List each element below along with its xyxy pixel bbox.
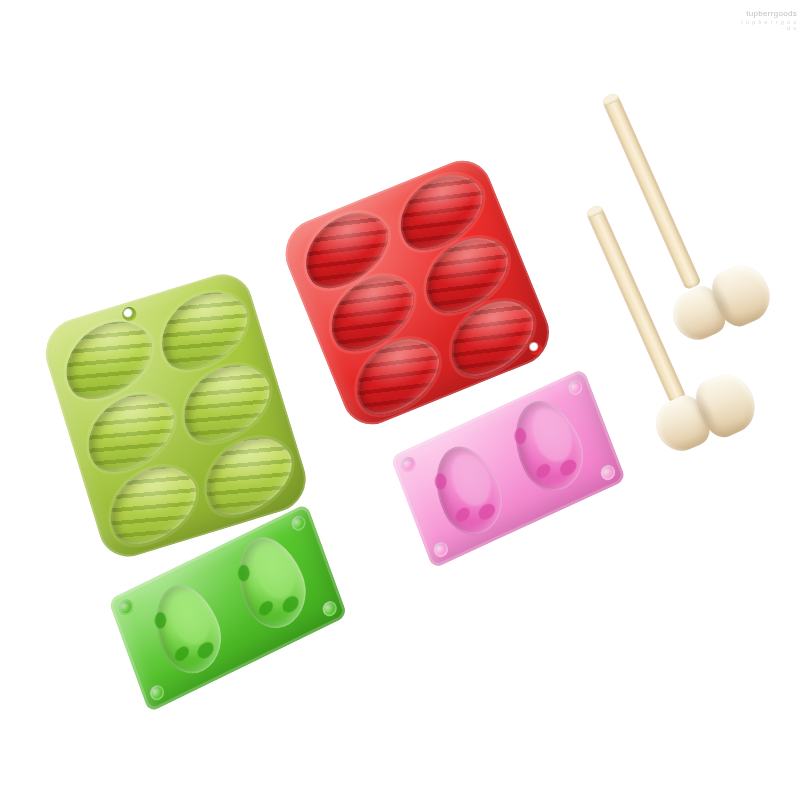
corner-stud [117,597,136,618]
corner-stud [148,682,167,703]
egg-cavity [224,525,317,641]
egg-cavity [422,435,514,546]
mallet-head-far-lobe [648,390,716,458]
corner-stud [289,513,308,534]
corner-stud [399,454,418,474]
watermark-line2: t u p b e r r g o o d s [741,19,797,32]
corner-stud [320,598,339,619]
red-six-egg-mold [275,152,560,434]
watermark: tupberrgoods t u p b e r r g o o d s [741,9,797,32]
hanging-hole [121,305,138,322]
corner-stud [431,539,450,559]
corner-stud [566,377,585,397]
product-photo: tupberrgoods t u p b e r r g o o d s [0,0,800,800]
egg-cavity [501,389,596,503]
mallet-head-far-lobe [665,281,731,347]
watermark-line1: tupberrgoods [741,9,797,19]
egg-cavity [142,572,232,685]
corner-stud [599,462,618,482]
